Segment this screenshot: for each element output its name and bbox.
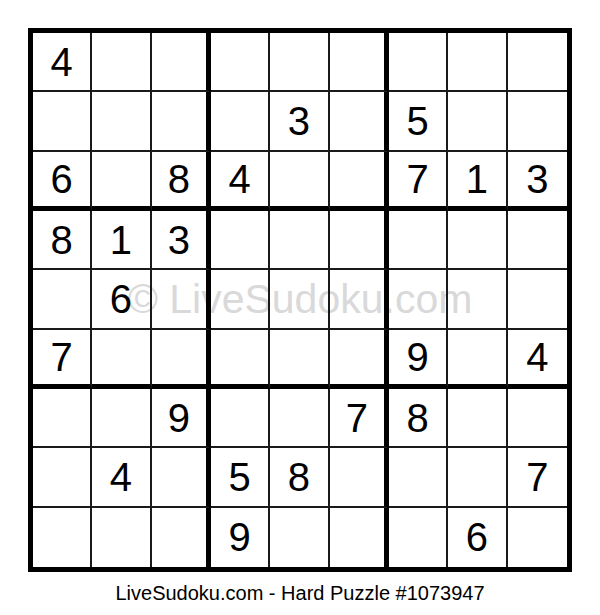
cell-r2c4[interactable] bbox=[211, 92, 270, 151]
cell-r1c7[interactable] bbox=[389, 33, 448, 92]
cell-r1c1[interactable]: 4 bbox=[33, 33, 92, 92]
cell-r5c8[interactable] bbox=[448, 270, 507, 329]
cell-r6c9[interactable]: 4 bbox=[508, 330, 567, 389]
cell-r9c8[interactable]: 6 bbox=[448, 508, 507, 567]
cell-r9c6[interactable] bbox=[330, 508, 389, 567]
cell-r4c6[interactable] bbox=[330, 211, 389, 270]
cell-r6c1[interactable]: 7 bbox=[33, 330, 92, 389]
cell-r3c5[interactable] bbox=[270, 152, 329, 211]
cell-r6c8[interactable] bbox=[448, 330, 507, 389]
cell-r1c8[interactable] bbox=[448, 33, 507, 92]
cell-r7c8[interactable] bbox=[448, 389, 507, 448]
cell-r1c3[interactable] bbox=[152, 33, 211, 92]
cell-r7c1[interactable] bbox=[33, 389, 92, 448]
cell-r8c5[interactable]: 8 bbox=[270, 448, 329, 507]
cell-r6c2[interactable] bbox=[92, 330, 151, 389]
cell-r7c7[interactable]: 8 bbox=[389, 389, 448, 448]
cell-r4c8[interactable] bbox=[448, 211, 507, 270]
cell-r9c4[interactable]: 9 bbox=[211, 508, 270, 567]
puzzle-caption: LiveSudoku.com - Hard Puzzle #1073947 bbox=[0, 582, 600, 605]
cell-r2c8[interactable] bbox=[448, 92, 507, 151]
cell-r7c3[interactable]: 9 bbox=[152, 389, 211, 448]
cell-r3c9[interactable]: 3 bbox=[508, 152, 567, 211]
cell-r4c2[interactable]: 1 bbox=[92, 211, 151, 270]
cell-r7c2[interactable] bbox=[92, 389, 151, 448]
cell-r5c2[interactable]: 6 bbox=[92, 270, 151, 329]
cell-r7c4[interactable] bbox=[211, 389, 270, 448]
cell-r4c7[interactable] bbox=[389, 211, 448, 270]
cell-r3c8[interactable]: 1 bbox=[448, 152, 507, 211]
cell-r9c5[interactable] bbox=[270, 508, 329, 567]
cell-r5c1[interactable] bbox=[33, 270, 92, 329]
cell-r7c5[interactable] bbox=[270, 389, 329, 448]
cell-r6c4[interactable] bbox=[211, 330, 270, 389]
cell-r4c5[interactable] bbox=[270, 211, 329, 270]
cell-r4c4[interactable] bbox=[211, 211, 270, 270]
cell-r5c6[interactable] bbox=[330, 270, 389, 329]
cell-r9c2[interactable] bbox=[92, 508, 151, 567]
cell-r2c9[interactable] bbox=[508, 92, 567, 151]
cell-r7c9[interactable] bbox=[508, 389, 567, 448]
cell-r5c3[interactable] bbox=[152, 270, 211, 329]
cell-r5c4[interactable] bbox=[211, 270, 270, 329]
cell-r3c1[interactable]: 6 bbox=[33, 152, 92, 211]
cell-r2c6[interactable] bbox=[330, 92, 389, 151]
sudoku-board: 4356847138136794978458796 bbox=[28, 28, 572, 572]
cell-r2c3[interactable] bbox=[152, 92, 211, 151]
cell-r1c9[interactable] bbox=[508, 33, 567, 92]
cell-r9c9[interactable] bbox=[508, 508, 567, 567]
cell-r7c6[interactable]: 7 bbox=[330, 389, 389, 448]
cell-r5c7[interactable] bbox=[389, 270, 448, 329]
cell-r1c4[interactable] bbox=[211, 33, 270, 92]
cell-r6c6[interactable] bbox=[330, 330, 389, 389]
cell-r9c3[interactable] bbox=[152, 508, 211, 567]
cell-r8c1[interactable] bbox=[33, 448, 92, 507]
cell-r4c9[interactable] bbox=[508, 211, 567, 270]
cell-r6c7[interactable]: 9 bbox=[389, 330, 448, 389]
cell-r3c3[interactable]: 8 bbox=[152, 152, 211, 211]
cell-r2c2[interactable] bbox=[92, 92, 151, 151]
cell-r1c6[interactable] bbox=[330, 33, 389, 92]
cell-r3c7[interactable]: 7 bbox=[389, 152, 448, 211]
cell-r5c9[interactable] bbox=[508, 270, 567, 329]
cell-r6c5[interactable] bbox=[270, 330, 329, 389]
cell-r1c2[interactable] bbox=[92, 33, 151, 92]
cell-r1c5[interactable] bbox=[270, 33, 329, 92]
cell-r8c2[interactable]: 4 bbox=[92, 448, 151, 507]
cell-r8c3[interactable] bbox=[152, 448, 211, 507]
cell-r3c6[interactable] bbox=[330, 152, 389, 211]
cell-r8c4[interactable]: 5 bbox=[211, 448, 270, 507]
cell-r4c1[interactable]: 8 bbox=[33, 211, 92, 270]
cell-r3c2[interactable] bbox=[92, 152, 151, 211]
cell-r4c3[interactable]: 3 bbox=[152, 211, 211, 270]
cell-r5c5[interactable] bbox=[270, 270, 329, 329]
cell-r2c7[interactable]: 5 bbox=[389, 92, 448, 151]
cell-r9c7[interactable] bbox=[389, 508, 448, 567]
cell-r8c6[interactable] bbox=[330, 448, 389, 507]
cell-r8c8[interactable] bbox=[448, 448, 507, 507]
cell-r3c4[interactable]: 4 bbox=[211, 152, 270, 211]
cell-r8c9[interactable]: 7 bbox=[508, 448, 567, 507]
cell-r2c1[interactable] bbox=[33, 92, 92, 151]
cell-r9c1[interactable] bbox=[33, 508, 92, 567]
cell-r2c5[interactable]: 3 bbox=[270, 92, 329, 151]
cell-r6c3[interactable] bbox=[152, 330, 211, 389]
cell-r8c7[interactable] bbox=[389, 448, 448, 507]
